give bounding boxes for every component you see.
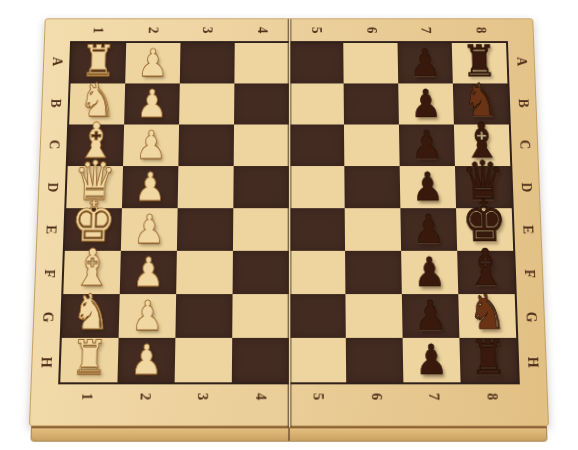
rank-label-top-1: 1 bbox=[85, 5, 110, 56]
square-c4 bbox=[234, 125, 289, 167]
rank-label-top-7: 7 bbox=[413, 5, 437, 56]
rank-label-top-2: 2 bbox=[140, 5, 164, 56]
file-label-left-d: D bbox=[30, 174, 75, 199]
square-b5 bbox=[289, 83, 344, 124]
square-e3 bbox=[177, 208, 233, 251]
square-g7: ♟ bbox=[402, 294, 460, 338]
rank-label-top-6: 6 bbox=[359, 5, 383, 56]
square-d7: ♟ bbox=[400, 166, 456, 208]
file-label-left-a: A bbox=[35, 50, 79, 74]
square-f7: ♟ bbox=[401, 251, 458, 294]
black-pawn-b7: ♟ bbox=[410, 85, 442, 124]
rank-label-bottom-6: 6 bbox=[363, 368, 388, 426]
square-c6 bbox=[344, 125, 400, 167]
file-label-right-d: D bbox=[503, 174, 548, 199]
square-e7: ♟ bbox=[400, 208, 457, 251]
white-pawn-c2: ♟ bbox=[135, 126, 167, 165]
rank-label-bottom-5: 5 bbox=[306, 368, 331, 426]
file-label-right-g: G bbox=[508, 304, 554, 330]
file-label-right-a: A bbox=[499, 50, 543, 74]
white-pawn-g2: ♟ bbox=[131, 296, 164, 337]
square-d6 bbox=[344, 166, 400, 208]
rank-label-bottom-3: 3 bbox=[190, 368, 215, 426]
white-pawn-d2: ♟ bbox=[134, 168, 166, 208]
square-e4 bbox=[233, 208, 289, 251]
file-label-right-h: H bbox=[509, 349, 555, 375]
file-label-right-b: B bbox=[501, 91, 545, 115]
square-c7: ♟ bbox=[399, 125, 455, 167]
black-pawn-f7: ♟ bbox=[413, 253, 445, 294]
white-pawn-b2: ♟ bbox=[136, 85, 168, 124]
rank-label-bottom-1: 1 bbox=[73, 368, 99, 426]
square-c2: ♟ bbox=[123, 125, 179, 167]
square-b7: ♟ bbox=[398, 83, 454, 124]
square-d4 bbox=[233, 166, 289, 208]
square-e5 bbox=[289, 208, 345, 251]
square-e2: ♟ bbox=[121, 208, 178, 251]
rank-label-top-5: 5 bbox=[305, 5, 328, 56]
chess-board: 12345678 12345678 ABCDEFGH ABCDEFGH ♜♟♟♜… bbox=[28, 18, 549, 442]
file-label-right-c: C bbox=[502, 132, 547, 157]
file-label-left-e: E bbox=[28, 217, 73, 242]
square-d3 bbox=[178, 166, 234, 208]
square-d5 bbox=[289, 166, 345, 208]
chessboard-photo: 12345678 12345678 ABCDEFGH ABCDEFGH ♜♟♟♜… bbox=[0, 0, 578, 450]
rank-label-bottom-8: 8 bbox=[478, 368, 504, 426]
square-b3 bbox=[179, 83, 234, 124]
square-f4 bbox=[233, 251, 289, 294]
file-label-left-h: H bbox=[23, 349, 69, 375]
rank-label-bottom-7: 7 bbox=[421, 368, 447, 426]
square-g3 bbox=[175, 294, 232, 338]
square-g5 bbox=[289, 294, 346, 338]
rank-label-top-3: 3 bbox=[195, 5, 219, 56]
square-b4 bbox=[234, 83, 289, 124]
black-pawn-e7: ♟ bbox=[413, 210, 445, 250]
square-f3 bbox=[176, 251, 233, 294]
white-pawn-e2: ♟ bbox=[133, 210, 165, 250]
file-label-left-g: G bbox=[24, 304, 70, 330]
rank-label-top-8: 8 bbox=[468, 5, 493, 56]
rank-label-top-4: 4 bbox=[250, 5, 273, 56]
file-label-left-b: B bbox=[33, 91, 77, 115]
square-e6 bbox=[345, 208, 401, 251]
square-b6 bbox=[344, 83, 399, 124]
square-f6 bbox=[345, 251, 402, 294]
square-c5 bbox=[289, 125, 344, 167]
black-pawn-g7: ♟ bbox=[414, 296, 447, 337]
rank-label-bottom-4: 4 bbox=[248, 368, 273, 426]
square-f2: ♟ bbox=[120, 251, 177, 294]
file-label-right-f: F bbox=[506, 260, 552, 286]
square-b2: ♟ bbox=[124, 83, 180, 124]
square-g2: ♟ bbox=[119, 294, 177, 338]
file-label-left-c: C bbox=[31, 132, 76, 157]
white-pawn-f2: ♟ bbox=[132, 253, 164, 294]
file-label-right-e: E bbox=[505, 217, 550, 242]
square-c3 bbox=[178, 125, 234, 167]
board-fold-seam bbox=[287, 19, 292, 427]
rank-label-bottom-2: 2 bbox=[131, 368, 157, 426]
square-g6 bbox=[345, 294, 402, 338]
board-frame: 12345678 12345678 ABCDEFGH ABCDEFGH ♜♟♟♜… bbox=[29, 18, 549, 426]
file-label-left-f: F bbox=[26, 260, 72, 286]
black-pawn-d7: ♟ bbox=[412, 168, 444, 208]
board-front-edge bbox=[30, 426, 547, 441]
square-g4 bbox=[232, 294, 289, 338]
black-pawn-c7: ♟ bbox=[411, 126, 443, 165]
square-f5 bbox=[289, 251, 345, 294]
square-d2: ♟ bbox=[122, 166, 178, 208]
